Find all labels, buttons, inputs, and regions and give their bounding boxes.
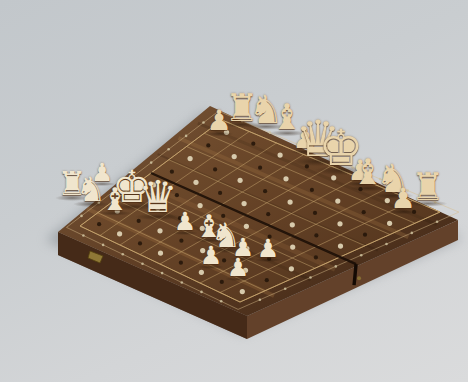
photo-canvas: ♜♞♝♟♟♛♚♟♟♝♞♜♜♞♚♟♝♛♟♝♞♟♟♟♟ xyxy=(0,0,468,382)
chess-piece-near-queen[interactable]: ♛ xyxy=(138,175,177,219)
chess-piece-near-pawn[interactable]: ♟ xyxy=(227,255,249,280)
chess-piece-near-bishop[interactable]: ♝ xyxy=(101,184,129,215)
chess-piece-near-pawn[interactable]: ♟ xyxy=(174,209,196,234)
chess-piece-near-pawn[interactable]: ♟ xyxy=(257,236,279,261)
chess-piece-far-pawn[interactable]: ♟ xyxy=(390,185,415,213)
chess-piece-near-pawn[interactable]: ♟ xyxy=(200,243,222,268)
chess-piece-far-pawn[interactable]: ♟ xyxy=(206,107,231,135)
chess-piece-far-rook[interactable]: ♜ xyxy=(411,168,445,206)
